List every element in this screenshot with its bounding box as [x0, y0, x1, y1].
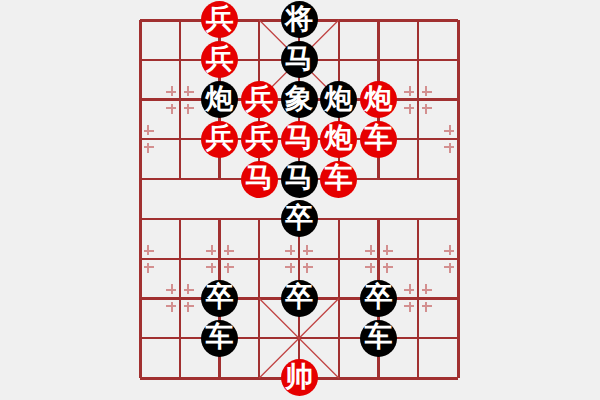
board-point: 将: [279, 0, 319, 40]
board-point: [398, 318, 438, 358]
piece-glyph: 象: [285, 85, 313, 113]
piece-glyph: 帅: [285, 363, 313, 391]
board-point: [200, 358, 240, 398]
board-point: [120, 199, 160, 239]
board-point: [120, 358, 160, 398]
piece-glyph: 炮: [325, 85, 353, 113]
xiangqi-board: 兵将兵马炮兵象炮炮兵兵马炮车马马车卒卒卒卒车车帅: [0, 0, 600, 400]
board-point: [239, 199, 279, 239]
board-point: [239, 278, 279, 318]
board-point: [359, 199, 399, 239]
board-point: [359, 358, 399, 398]
board-point: 炮: [319, 80, 359, 120]
piece-red-soldier[interactable]: 兵: [201, 1, 238, 38]
piece-red-general[interactable]: 帅: [281, 359, 318, 396]
board-point: [319, 239, 359, 279]
board-point: [120, 239, 160, 279]
board-point: [398, 159, 438, 199]
piece-black-elephant[interactable]: 象: [281, 81, 318, 118]
piece-black-soldier[interactable]: 卒: [360, 280, 397, 317]
board-point: [120, 80, 160, 120]
board-point: 兵: [239, 80, 279, 120]
board-point: [438, 80, 478, 120]
board-point: 马: [279, 40, 319, 80]
piece-black-chariot[interactable]: 车: [360, 320, 397, 357]
piece-glyph: 卒: [206, 283, 234, 311]
board-point: [200, 159, 240, 199]
board-point: 兵: [200, 119, 240, 159]
board-point: [239, 40, 279, 80]
piece-black-soldier[interactable]: 卒: [201, 280, 238, 317]
piece-glyph: 车: [325, 164, 353, 192]
board-point: [319, 358, 359, 398]
board-point: [319, 0, 359, 40]
board-point: [160, 358, 200, 398]
piece-glyph: 马: [285, 124, 313, 152]
board-point: [438, 40, 478, 80]
board-point: [398, 358, 438, 398]
piece-black-cannon[interactable]: 炮: [201, 81, 238, 118]
board-point: 象: [279, 80, 319, 120]
board-point: [438, 318, 478, 358]
board-point: 卒: [200, 278, 240, 318]
board-point: 兵: [239, 119, 279, 159]
board-point: [239, 239, 279, 279]
piece-glyph: 卒: [365, 283, 393, 311]
piece-glyph: 兵: [245, 124, 273, 152]
board-point: [319, 278, 359, 318]
board-point: [279, 318, 319, 358]
piece-glyph: 马: [245, 164, 273, 192]
piece-glyph: 兵: [206, 5, 234, 33]
board-point: [319, 199, 359, 239]
board-point: 马: [279, 119, 319, 159]
board-point: 车: [319, 159, 359, 199]
board-point: 卒: [359, 278, 399, 318]
board-point: [398, 40, 438, 80]
board-point: [438, 0, 478, 40]
board-point: [438, 119, 478, 159]
board-point: [359, 159, 399, 199]
board-point: 兵: [200, 0, 240, 40]
piece-glyph: 兵: [245, 85, 273, 113]
board-point: [438, 159, 478, 199]
board-point: [120, 0, 160, 40]
board-point: [319, 40, 359, 80]
board-point: [160, 159, 200, 199]
board-point: [359, 40, 399, 80]
board-point: [239, 0, 279, 40]
board-point: [120, 278, 160, 318]
board-point: [160, 119, 200, 159]
piece-red-chariot[interactable]: 车: [320, 161, 357, 198]
piece-glyph: 炮: [325, 124, 353, 152]
piece-glyph: 马: [285, 164, 313, 192]
piece-red-cannon[interactable]: 炮: [360, 81, 397, 118]
piece-red-cannon[interactable]: 炮: [320, 121, 357, 158]
piece-glyph: 车: [206, 323, 234, 351]
piece-glyph: 马: [285, 45, 313, 73]
board-point: [438, 278, 478, 318]
board-point: [398, 119, 438, 159]
board-point: [438, 199, 478, 239]
board-point: 帅: [279, 358, 319, 398]
piece-glyph: 卒: [285, 283, 313, 311]
board-point: [120, 159, 160, 199]
board-point: [120, 119, 160, 159]
board-point: 车: [359, 318, 399, 358]
board-point: [319, 318, 359, 358]
piece-glyph: 兵: [206, 124, 234, 152]
board-point: [398, 0, 438, 40]
board-point: [120, 40, 160, 80]
board-point: [398, 278, 438, 318]
board-point: [160, 278, 200, 318]
board-point: 卒: [279, 278, 319, 318]
board-point: [160, 199, 200, 239]
xiangqi-diagram: 兵将兵马炮兵象炮炮兵兵马炮车马马车卒卒卒卒车车帅: [0, 0, 600, 400]
board-point: [160, 80, 200, 120]
piece-glyph: 将: [285, 5, 313, 33]
piece-glyph: 炮: [206, 85, 234, 113]
board-point: 炮: [359, 80, 399, 120]
piece-black-soldier[interactable]: 卒: [281, 280, 318, 317]
board-point: 车: [200, 318, 240, 358]
board-point: [160, 318, 200, 358]
piece-glyph: 卒: [285, 204, 313, 232]
board-point: [160, 40, 200, 80]
piece-layer: 兵将兵马炮兵象炮炮兵兵马炮车马马车卒卒卒卒车车帅: [120, 0, 478, 398]
board-point: [239, 318, 279, 358]
piece-red-soldier[interactable]: 兵: [241, 121, 278, 158]
piece-black-horse[interactable]: 马: [281, 41, 318, 78]
piece-black-chariot[interactable]: 车: [201, 320, 238, 357]
piece-glyph: 兵: [206, 45, 234, 73]
board-point: [438, 239, 478, 279]
piece-black-cannon[interactable]: 炮: [320, 81, 357, 118]
board-point: [200, 199, 240, 239]
piece-red-horse[interactable]: 马: [241, 161, 278, 198]
piece-glyph: 车: [365, 323, 393, 351]
board-point: [200, 239, 240, 279]
piece-red-soldier[interactable]: 兵: [201, 121, 238, 158]
board-point: 车: [359, 119, 399, 159]
piece-black-general[interactable]: 将: [281, 1, 318, 38]
piece-red-horse[interactable]: 马: [281, 121, 318, 158]
piece-red-chariot[interactable]: 车: [360, 121, 397, 158]
board-point: [398, 239, 438, 279]
board-point: 马: [279, 159, 319, 199]
board-point: [160, 239, 200, 279]
piece-red-soldier[interactable]: 兵: [241, 81, 278, 118]
board-point: [398, 199, 438, 239]
board-point: 炮: [200, 80, 240, 120]
board-point: 卒: [279, 199, 319, 239]
piece-black-soldier[interactable]: 卒: [281, 200, 318, 237]
board-point: 兵: [200, 40, 240, 80]
piece-red-soldier[interactable]: 兵: [201, 41, 238, 78]
board-point: [279, 239, 319, 279]
board-point: [438, 358, 478, 398]
piece-black-horse[interactable]: 马: [281, 161, 318, 198]
piece-glyph: 车: [365, 124, 393, 152]
board-point: [398, 80, 438, 120]
board-point: [160, 0, 200, 40]
board-point: 炮: [319, 119, 359, 159]
board-point: [120, 318, 160, 358]
board-point: [359, 0, 399, 40]
board-point: [239, 358, 279, 398]
board-point: 马: [239, 159, 279, 199]
piece-glyph: 炮: [365, 85, 393, 113]
board-point: [359, 239, 399, 279]
